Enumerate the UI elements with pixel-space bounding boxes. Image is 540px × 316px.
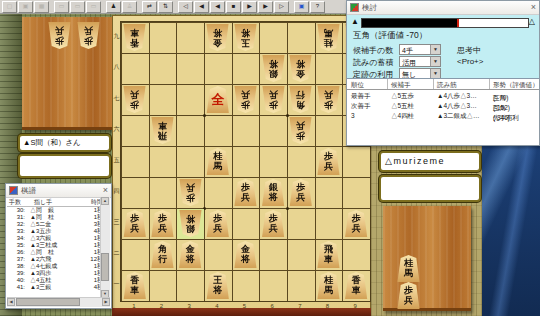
candidate-list: 順位 候補手 読み筋 形勢（評価値） 最善手△5五歩▲4八歩△3…互角( -70… [347,78,539,145]
kifu-row[interactable]: 38:△4七銀成1秒 [7,263,103,270]
piece-歩兵[interactable]: 歩兵 [77,22,100,49]
edit-3-button: ▭ [86,1,101,13]
piece-歩兵[interactable]: 歩兵 [123,210,146,237]
gote-mark: △ [529,17,535,26]
kifu-rows: 30:△同 銀1秒31:▲同 桂1秒32:△5二金3秒33:▲3五歩4秒34:△… [7,207,103,291]
board-table-edge [112,308,371,316]
column-separator [387,79,388,89]
kifu-row[interactable]: 30:△同 銀1秒 [7,207,103,214]
kifu-move: △4五桂 [30,277,83,284]
nav-forward-button[interactable]: ▶ [242,1,257,13]
kifu-col-move: 指し手 [34,198,52,207]
analysis-window-title: 検討 [362,3,377,13]
eval-bar-marker [457,19,459,27]
kifu-move: ▲同 桂 [30,214,83,221]
column-separator [433,79,434,89]
evaluation-text: 互角（評価値 -70） [353,30,427,42]
new-file-button: ▢ [2,1,17,13]
kifu-window-title: 棋譜 [21,186,36,196]
piece-香車[interactable]: 香車 [123,24,146,51]
shogi-board: 九八七六五四三二一 香車金将玉将桂馬香車銀将金将歩兵全歩兵歩兵角行歩兵歩兵飛車歩… [112,15,371,309]
piece-歩兵[interactable]: 歩兵 [234,86,257,113]
kifu-window-icon [9,186,18,195]
sente-name: ▲S間（和）さん [23,138,81,147]
piece-歩兵[interactable]: 歩兵 [397,282,420,309]
scroll-up-icon[interactable]: ▲ [101,197,109,205]
gote-komadai[interactable]: 桂馬歩兵 [383,206,471,311]
sente-name-plate: ▲S間（和）さん [18,134,111,152]
piece-金将[interactable]: 金将 [234,241,257,268]
help-button[interactable]: ? [310,1,325,13]
open-file-button: ▣ [18,1,33,13]
piece-金将[interactable]: 金将 [206,24,229,51]
edit-1-button: ▭ [54,1,69,13]
piece-歩兵[interactable]: 歩兵 [289,179,312,206]
kifu-move-number: 41: [7,284,25,291]
candidates-dropdown[interactable]: 4手 ▼ [399,44,441,55]
toolbar: ▢▣▦▭▭▭♟♙⇄⇅◁◀◀■▶▶▷▣? [0,0,348,14]
piece-歩兵[interactable]: 歩兵 [317,86,340,113]
analysis-window-icon [350,3,359,12]
nav-last-button[interactable]: ▷ [274,1,289,13]
kifu-move: △4七銀成 [30,263,83,270]
nav-back-10-button[interactable]: ◀ [194,1,209,13]
kifu-move: △3六銀 [30,235,83,242]
kifu-row[interactable]: 40:△4五桂1秒 [7,277,103,284]
kifu-row[interactable]: 36:△同 桂1秒 [7,249,103,256]
col-rank: 順位 [351,81,364,90]
dropdown-value: 活用 [402,58,416,68]
piece-桂馬[interactable]: 桂馬 [397,255,420,282]
kifu-move: ▲3五歩 [30,228,83,235]
piece-金将[interactable]: 金将 [289,55,312,82]
candidate-row[interactable]: 最善手△5五歩▲4八歩△3…互角( -70) [347,90,539,100]
candidate-move: △4四桂 [391,112,414,121]
piece-歩兵[interactable]: 歩兵 [123,86,146,113]
kifu-horizontal-scrollbar[interactable]: ◀ ▶ [7,297,110,307]
piece-香車[interactable]: 香車 [345,272,368,299]
gote-name-plate: △murizeme [379,151,481,172]
rank-label: 七 [113,94,120,103]
scrollbar-thumb[interactable] [101,253,109,281]
piece-金将[interactable]: 金将 [179,241,202,268]
accumulation-dropdown[interactable]: 活用 ▼ [399,56,441,67]
piece-角行[interactable]: 角行 [289,86,312,113]
analysis-titlebar[interactable]: 検討 × [347,1,539,15]
kifu-move-number: 35: [7,242,25,249]
analysis-toggle-button[interactable]: ▣ [294,1,309,13]
kifu-move: ▲3三桂成 [30,242,83,249]
col-eval: 形勢（評価値） [493,81,539,90]
kifu-row[interactable]: 41:▲3三銀4秒 [7,284,103,291]
kifu-window: 棋譜 × 手数 指し手 時間 30:△同 銀1秒31:▲同 桂1秒32:△5二金… [5,183,112,309]
evaluation-bar [361,18,529,28]
piece-角行[interactable]: 角行 [151,241,174,268]
kifu-vertical-scrollbar[interactable]: ▲ ▼ [100,197,110,298]
gote-info-plate [379,175,481,202]
kifu-col-no: 手数 [9,198,21,207]
star-point [286,114,289,117]
piece-歩兵[interactable]: 歩兵 [345,210,368,237]
star-point [286,207,289,210]
kifu-move: ▲2六飛 [30,256,83,263]
candidate-row[interactable]: 3△4四桂▲3二銀成△…先手有利( 346) [347,110,539,120]
kifu-row[interactable]: 32:△5二金3秒 [7,221,103,228]
piece-桂馬[interactable]: 桂馬 [317,272,340,299]
piece-銀将[interactable]: 銀将 [262,179,285,206]
kifu-move-number: 30: [7,207,25,214]
piece-歩兵[interactable]: 歩兵 [179,179,202,206]
sente-mark: ▲ [351,17,359,26]
kifu-row[interactable]: 37:▲2六飛12秒 [7,256,103,263]
setting-label: 候補手の数 [353,45,393,56]
rotate-board-button[interactable]: ⇅ [158,1,173,13]
setting-accumulation: 読みの蓄積 活用 ▼ <Pro+> [353,56,539,67]
thinking-status: 思考中 [457,45,481,56]
piece-歩兵[interactable]: 歩兵 [151,210,174,237]
save-file-button: ▦ [34,1,49,13]
evaluation-bar-row: ▲ △ [347,17,539,28]
rank-label: 六 [113,125,120,134]
kifu-move-number: 33: [7,228,25,235]
board-grid[interactable]: 香車金将玉将桂馬香車銀将金将歩兵全歩兵歩兵角行歩兵歩兵飛車歩兵桂馬歩兵歩兵歩兵銀… [120,21,371,302]
nav-stop-button[interactable]: ■ [226,1,241,13]
rank-label: 二 [113,249,120,258]
gote-piece-mode-button: ♙ [122,1,137,13]
chevron-down-icon[interactable]: ▼ [430,57,440,66]
piece-歩兵[interactable]: 歩兵 [206,210,229,237]
candidate-row[interactable]: 次善手△5五桂▲4八歩△3…互角( 152) [347,100,539,110]
close-icon[interactable]: × [531,3,536,12]
col-move: 候補手 [391,81,411,90]
rank-label: 一 [113,280,120,289]
rank-label: 九 [113,32,120,41]
gote-name: △murizeme [385,156,445,166]
kifu-row[interactable]: 39:▲3四歩1秒 [7,270,103,277]
engine-label: <Pro+> [457,57,483,66]
flip-board-button[interactable]: ⇄ [142,1,157,13]
kifu-move-number: 31: [7,214,25,221]
kifu-move: △同 桂 [30,249,83,256]
kifu-move-number: 40: [7,277,25,284]
piece-歩兵[interactable]: 歩兵 [48,22,71,49]
kifu-row[interactable]: 34:△3六銀1秒 [7,235,103,242]
piece-歩兵[interactable]: 歩兵 [262,86,285,113]
setting-label: 読みの蓄積 [353,57,393,68]
column-separator [489,79,490,89]
piece-桂馬[interactable]: 桂馬 [317,24,340,51]
kifu-titlebar[interactable]: 棋譜 × [6,184,111,198]
eval-bar-black [362,19,457,27]
nav-forward-10-button[interactable]: ▶ [258,1,273,13]
candidate-pv: ▲3二銀成△… [437,112,480,121]
scrollbar-thumb[interactable] [16,298,80,306]
rank-label: 三 [113,218,120,227]
kifu-move-number: 34: [7,235,25,242]
piece-飛車[interactable]: 飛車 [317,241,340,268]
kifu-move-number: 37: [7,256,25,263]
candidate-rows: 最善手△5五歩▲4八歩△3…互角( -70)次善手△5五桂▲4八歩△3…互角( … [347,90,539,120]
piece-飛車[interactable]: 飛車 [151,117,174,144]
kifu-move-number: 39: [7,270,25,277]
col-pv: 読み筋 [437,81,457,90]
scroll-right-icon[interactable]: ▶ [102,298,110,306]
close-icon[interactable]: × [103,186,108,195]
piece-玉将[interactable]: 玉将 [234,24,257,51]
sente-piece-mode-button[interactable]: ♟ [106,1,121,13]
piece-銀将[interactable]: 銀将 [262,55,285,82]
kifu-move-number: 38: [7,263,25,270]
screen: ▢▣▦▭▭▭♟♙⇄⇅◁◀◀■▶▶▷▣? 歩兵歩兵 ▲S間（和）さん 九八七六五四… [0,0,540,316]
nav-first-button[interactable]: ◁ [178,1,193,13]
rank-label: 四 [113,187,120,196]
sente-info-plate [18,154,111,178]
setting-candidates: 候補手の数 4手 ▼ 思考中 [353,44,539,55]
kifu-move: △同 銀 [30,207,83,214]
piece-王将[interactable]: 王将 [206,272,229,299]
candidate-rank: 3 [351,112,355,119]
kifu-move: ▲3三銀 [30,284,83,291]
kifu-header: 手数 指し手 時間 [7,197,103,207]
scroll-left-icon[interactable]: ◀ [7,298,15,306]
dropdown-value: 4手 [402,46,413,56]
star-point [203,114,206,117]
edit-2-button: ▭ [70,1,85,13]
kifu-move: ▲3四歩 [30,270,83,277]
chevron-down-icon[interactable]: ▼ [430,45,440,54]
kifu-row[interactable]: 35:▲3三桂成1秒 [7,242,103,249]
kifu-move-number: 36: [7,249,25,256]
kifu-move-number: 32: [7,221,25,228]
piece-桂馬[interactable]: 桂馬 [206,148,229,175]
chevron-down-icon[interactable]: ▼ [430,69,440,78]
piece-歩兵[interactable]: 歩兵 [262,210,285,237]
analysis-window: 検討 × ▲ △ 互角（評価値 -70） 候補手の数 4手 ▼ 思考中 読みの蓄… [346,0,540,146]
sente-komadai[interactable]: 歩兵歩兵 [22,17,112,130]
kifu-move: △5二金 [30,221,83,228]
piece-歩兵[interactable]: 歩兵 [289,117,312,144]
rank-label: 五 [113,156,120,165]
piece-香車[interactable]: 香車 [123,272,146,299]
kifu-row[interactable]: 31:▲同 桂1秒 [7,214,103,221]
nav-back-button[interactable]: ◀ [210,1,225,13]
piece-歩兵[interactable]: 歩兵 [234,179,257,206]
candidate-list-header: 順位 候補手 読み筋 形勢（評価値） [347,79,539,90]
piece-全[interactable]: 全 [206,86,229,113]
piece-歩兵[interactable]: 歩兵 [317,148,340,175]
kifu-row[interactable]: 33:▲3五歩4秒 [7,228,103,235]
rank-label: 八 [113,63,120,72]
